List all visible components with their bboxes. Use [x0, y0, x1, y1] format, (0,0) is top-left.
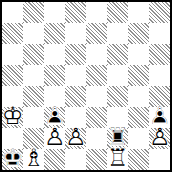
white-pawn-icon: ♟	[149, 127, 170, 148]
square-a1[interactable]: ♚♔	[2, 149, 23, 170]
square-d7[interactable]	[65, 23, 86, 44]
square-c4[interactable]	[44, 86, 65, 107]
white-pawn-outline-icon: ♙	[65, 127, 86, 148]
square-e8[interactable]	[86, 2, 107, 23]
square-b1[interactable]: ♝♗	[23, 149, 44, 170]
square-a6[interactable]	[2, 44, 23, 65]
square-h5[interactable]	[149, 65, 170, 86]
white-king-icon: ♚	[2, 106, 23, 127]
square-c6[interactable]	[44, 44, 65, 65]
square-a7[interactable]	[2, 23, 23, 44]
piece-white-king[interactable]: ♚♔	[2, 107, 23, 128]
square-g2[interactable]	[128, 128, 149, 149]
square-d8[interactable]	[65, 2, 86, 23]
square-e2[interactable]	[86, 128, 107, 149]
piece-black-pawn[interactable]: ♟♙	[44, 107, 65, 128]
black-pawn-outline-icon: ♙	[149, 106, 170, 127]
square-e5[interactable]	[86, 65, 107, 86]
square-h2[interactable]: ♟♙	[149, 128, 170, 149]
square-b7[interactable]	[23, 23, 44, 44]
square-g1[interactable]	[128, 149, 149, 170]
square-a8[interactable]	[2, 2, 23, 23]
square-e7[interactable]	[86, 23, 107, 44]
piece-white-pawn[interactable]: ♟♙	[65, 128, 86, 149]
black-pawn-outline-icon: ♙	[44, 106, 65, 127]
chessboard: ♚♔♟♙♟♙♟♙♟♙♜♖♟♙♚♔♝♗♜♖	[0, 0, 172, 172]
white-bishop-icon: ♝	[23, 148, 44, 169]
white-pawn-outline-icon: ♙	[44, 127, 65, 148]
square-h1[interactable]	[149, 149, 170, 170]
square-f7[interactable]	[107, 23, 128, 44]
black-rook-icon: ♜	[107, 127, 128, 148]
black-king-icon: ♚	[2, 148, 23, 169]
white-pawn-outline-icon: ♙	[149, 127, 170, 148]
square-g5[interactable]	[128, 65, 149, 86]
piece-white-pawn[interactable]: ♟♙	[149, 128, 170, 149]
square-e3[interactable]	[86, 107, 107, 128]
white-rook-icon: ♜	[107, 148, 128, 169]
square-e6[interactable]	[86, 44, 107, 65]
square-c2[interactable]: ♟♙	[44, 128, 65, 149]
square-a2[interactable]	[2, 128, 23, 149]
square-d2[interactable]: ♟♙	[65, 128, 86, 149]
square-d1[interactable]	[65, 149, 86, 170]
square-h3[interactable]: ♟♙	[149, 107, 170, 128]
white-pawn-icon: ♟	[65, 127, 86, 148]
square-h4[interactable]	[149, 86, 170, 107]
black-pawn-icon: ♟	[149, 106, 170, 127]
square-g8[interactable]	[128, 2, 149, 23]
square-c3[interactable]: ♟♙	[44, 107, 65, 128]
square-d3[interactable]	[65, 107, 86, 128]
white-pawn-icon: ♟	[44, 127, 65, 148]
square-b3[interactable]	[23, 107, 44, 128]
square-a4[interactable]	[2, 86, 23, 107]
square-f5[interactable]	[107, 65, 128, 86]
square-h8[interactable]	[149, 2, 170, 23]
square-f1[interactable]: ♜♖	[107, 149, 128, 170]
square-b5[interactable]	[23, 65, 44, 86]
square-c7[interactable]	[44, 23, 65, 44]
square-c5[interactable]	[44, 65, 65, 86]
square-d5[interactable]	[65, 65, 86, 86]
piece-black-rook[interactable]: ♜♖	[107, 128, 128, 149]
square-g7[interactable]	[128, 23, 149, 44]
square-b8[interactable]	[23, 2, 44, 23]
square-g6[interactable]	[128, 44, 149, 65]
white-rook-outline-icon: ♖	[107, 148, 128, 169]
piece-white-bishop[interactable]: ♝♗	[23, 149, 44, 170]
square-a5[interactable]	[2, 65, 23, 86]
square-d4[interactable]	[65, 86, 86, 107]
black-king-outline-icon: ♔	[2, 148, 23, 169]
square-f6[interactable]	[107, 44, 128, 65]
white-bishop-outline-icon: ♗	[23, 148, 44, 169]
square-e1[interactable]	[86, 149, 107, 170]
square-g3[interactable]	[128, 107, 149, 128]
piece-white-pawn[interactable]: ♟♙	[44, 128, 65, 149]
piece-black-king[interactable]: ♚♔	[2, 149, 23, 170]
square-c8[interactable]	[44, 2, 65, 23]
square-e4[interactable]	[86, 86, 107, 107]
white-king-outline-icon: ♔	[2, 106, 23, 127]
square-h7[interactable]	[149, 23, 170, 44]
square-g4[interactable]	[128, 86, 149, 107]
piece-black-pawn[interactable]: ♟♙	[149, 107, 170, 128]
square-f8[interactable]	[107, 2, 128, 23]
square-a3[interactable]: ♚♔	[2, 107, 23, 128]
square-c1[interactable]	[44, 149, 65, 170]
square-b4[interactable]	[23, 86, 44, 107]
square-d6[interactable]	[65, 44, 86, 65]
black-pawn-icon: ♟	[44, 106, 65, 127]
square-b2[interactable]	[23, 128, 44, 149]
square-f4[interactable]	[107, 86, 128, 107]
square-f3[interactable]	[107, 107, 128, 128]
square-f2[interactable]: ♜♖	[107, 128, 128, 149]
piece-white-rook[interactable]: ♜♖	[107, 149, 128, 170]
square-b6[interactable]	[23, 44, 44, 65]
square-h6[interactable]	[149, 44, 170, 65]
black-rook-outline-icon: ♖	[107, 127, 128, 148]
